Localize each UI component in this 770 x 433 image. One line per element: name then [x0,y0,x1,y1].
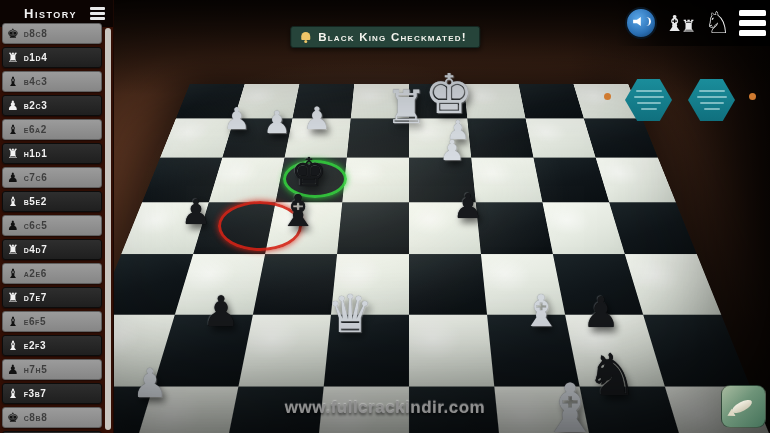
white-pawn[interactable]: ♟ [439,137,464,165]
board-square[interactable] [409,254,487,315]
black-pawn[interactable]: ♟ [202,291,240,333]
move-text: d4d7 [24,244,48,255]
white-piece-icon: ♝ [7,195,19,208]
black-piece-icon: ♝ [7,315,19,328]
dot-left-icon [604,93,611,100]
move-text: b4c3 [24,76,48,87]
history-entry[interactable]: ♝b5e2 [2,191,102,212]
board-square[interactable] [467,118,533,157]
board-square[interactable] [209,158,285,203]
black-piece-icon: ♝ [7,75,19,88]
move-text: c8b8 [24,412,48,423]
move-text: b2c3 [24,100,48,111]
history-entry[interactable]: ♟c7c6 [2,167,102,188]
board-square[interactable] [253,254,337,315]
sound-wave-icon [641,17,651,26]
chess-figures-button[interactable]: ♝ ♜ [665,11,696,36]
black-piece-icon: ♚ [7,27,19,40]
history-title: History [24,6,77,21]
history-entry[interactable]: ♝f3b7 [2,383,102,404]
white-pawn[interactable]: ♟ [263,107,291,138]
history-entry[interactable]: ♚c8b8 [2,407,102,428]
history-panel: History ♚d8c8♜d1d4♝b4c3♟b2c3♝e6a2♜h1d1♟c… [0,0,114,433]
black-piece-icon: ♝ [7,267,19,280]
white-king[interactable]: ♚ [424,67,473,122]
white-pawn[interactable]: ♟ [132,363,168,403]
black-piece-icon: ♟ [7,219,19,232]
move-text: d8c8 [24,28,48,39]
black-pawn[interactable]: ♟ [453,189,483,223]
history-entry[interactable]: ♝a2e6 [2,263,102,284]
board-square[interactable] [342,158,409,203]
move-text: b5e2 [24,196,47,207]
board-square[interactable] [584,118,658,157]
black-bishop[interactable]: ♝ [278,189,317,233]
history-entry[interactable]: ♟h7h5 [2,359,102,380]
board-square[interactable] [609,202,697,254]
white-piece-icon: ♜ [7,147,19,160]
move-text: d1d4 [24,52,48,63]
move-text: h1d1 [24,148,48,159]
black-piece-icon: ♟ [7,363,19,376]
move-text: e2f3 [24,340,46,351]
knight-button[interactable]: ♘ [704,8,731,38]
history-entry[interactable]: ♜d4d7 [2,239,102,260]
move-text: c6c5 [24,220,48,231]
white-bishop[interactable]: ♝ [521,289,560,333]
history-entry[interactable]: ♜d1d4 [2,47,102,68]
white-pawn[interactable]: ♟ [224,104,251,134]
game-screen: { "game": "chess", "position": { "fen": … [0,0,770,433]
knight-icon: ♘ [704,5,731,40]
history-entry[interactable]: ♚d8c8 [2,23,102,44]
fish-thumbnail[interactable] [721,385,766,428]
dot-right-icon [749,93,756,100]
white-bishop[interactable]: ♝ [540,375,601,433]
watermark-text: www.fullcrackindir.com [285,398,485,418]
black-pawn[interactable]: ♟ [181,195,211,229]
history-entry[interactable]: ♝b4c3 [2,71,102,92]
move-text: e6f5 [24,316,46,327]
history-entry[interactable]: ♜d7e7 [2,287,102,308]
checkmate-notification: Black King Checkmated! [290,26,480,48]
sound-button[interactable] [625,7,657,39]
history-entry[interactable]: ♝e2f3 [2,335,102,356]
notification-text: Black King Checkmated! [318,31,467,43]
history-entry[interactable]: ♟b2c3 [2,95,102,116]
history-list: ♚d8c8♜d1d4♝b4c3♟b2c3♝e6a2♜h1d1♟c7c6♝b5e2… [2,28,102,433]
board-square[interactable] [409,315,494,387]
menu-button[interactable] [739,8,766,38]
black-piece-icon: ♚ [7,411,19,424]
bell-icon [300,32,311,43]
white-rook[interactable]: ♜ [385,84,426,130]
board-square[interactable] [238,315,331,387]
history-entry[interactable]: ♝e6a2 [2,119,102,140]
board-grid[interactable] [0,84,770,433]
white-piece-icon: ♟ [7,99,19,112]
move-text: h7h5 [24,364,48,375]
white-piece-icon: ♜ [7,291,19,304]
board-square[interactable] [596,158,676,203]
move-text: a2e6 [24,268,47,279]
white-piece-icon: ♝ [7,387,19,400]
white-queen[interactable]: ♛ [327,288,374,340]
history-entry[interactable]: ♟c6c5 [2,215,102,236]
hex-badge-right[interactable] [688,79,735,121]
history-scrollbar[interactable] [105,28,111,430]
black-pawn[interactable]: ♟ [582,292,620,334]
black-piece-icon: ♝ [7,123,19,136]
board-square[interactable] [337,202,409,254]
move-text: c7c6 [24,172,48,183]
white-piece-icon: ♜ [7,243,19,256]
black-piece-icon: ♟ [7,171,19,184]
move-text: d7e7 [24,292,47,303]
history-menu-icon[interactable] [90,7,105,20]
move-text: f3b7 [24,388,47,399]
move-text: e6a2 [24,124,47,135]
white-piece-icon: ♝ [7,339,19,352]
board-square[interactable] [476,202,553,254]
history-entry[interactable]: ♜h1d1 [2,143,102,164]
white-piece-icon: ♜ [7,51,19,64]
top-controls: ♝ ♜ ♘ [616,0,770,46]
white-pawn[interactable]: ♟ [303,103,331,134]
history-entry[interactable]: ♝e6f5 [2,311,102,332]
